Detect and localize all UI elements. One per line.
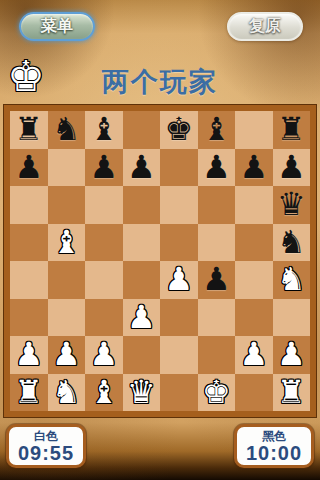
square-h2[interactable]: ♟ xyxy=(273,336,311,374)
square-e1[interactable] xyxy=(160,374,198,412)
piece-black-bishop[interactable]: ♝ xyxy=(89,111,118,148)
square-f4[interactable]: ♟ xyxy=(198,261,236,299)
square-g7[interactable]: ♟ xyxy=(235,149,273,187)
square-e5[interactable] xyxy=(160,224,198,262)
piece-black-pawn[interactable]: ♟ xyxy=(277,149,306,186)
square-e4[interactable]: ♟ xyxy=(160,261,198,299)
piece-black-queen[interactable]: ♛ xyxy=(277,186,306,223)
square-b7[interactable] xyxy=(48,149,86,187)
undo-button[interactable]: 复原 xyxy=(227,12,303,41)
square-c3[interactable] xyxy=(85,299,123,337)
square-a8[interactable]: ♜ xyxy=(10,111,48,149)
square-b5[interactable]: ♝ xyxy=(48,224,86,262)
square-c7[interactable]: ♟ xyxy=(85,149,123,187)
square-a7[interactable]: ♟ xyxy=(10,149,48,187)
square-a4[interactable] xyxy=(10,261,48,299)
square-a6[interactable] xyxy=(10,186,48,224)
chess-board[interactable]: ♜♞♝♚♝♜♟♟♟♟♟♟♛♝♞♟♟♞♟♟♟♟♟♟♜♞♝♛♚♜ xyxy=(10,111,310,411)
piece-black-king[interactable]: ♚ xyxy=(164,111,193,148)
piece-white-bishop[interactable]: ♝ xyxy=(52,224,81,261)
square-g3[interactable] xyxy=(235,299,273,337)
square-d6[interactable] xyxy=(123,186,161,224)
square-d2[interactable] xyxy=(123,336,161,374)
piece-black-pawn[interactable]: ♟ xyxy=(202,149,231,186)
piece-black-rook[interactable]: ♜ xyxy=(277,111,306,148)
square-a5[interactable] xyxy=(10,224,48,262)
square-f7[interactable]: ♟ xyxy=(198,149,236,187)
square-g4[interactable] xyxy=(235,261,273,299)
board-frame: ♜♞♝♚♝♜♟♟♟♟♟♟♛♝♞♟♟♞♟♟♟♟♟♟♜♞♝♛♚♜ xyxy=(4,105,316,417)
square-h3[interactable] xyxy=(273,299,311,337)
square-f6[interactable] xyxy=(198,186,236,224)
square-b3[interactable] xyxy=(48,299,86,337)
square-e2[interactable] xyxy=(160,336,198,374)
square-f2[interactable] xyxy=(198,336,236,374)
square-h7[interactable]: ♟ xyxy=(273,149,311,187)
square-d7[interactable]: ♟ xyxy=(123,149,161,187)
square-a3[interactable] xyxy=(10,299,48,337)
piece-black-rook[interactable]: ♜ xyxy=(14,111,43,148)
white-clock-time: 09:55 xyxy=(18,443,74,464)
square-d3[interactable]: ♟ xyxy=(123,299,161,337)
square-b2[interactable]: ♟ xyxy=(48,336,86,374)
square-f8[interactable]: ♝ xyxy=(198,111,236,149)
square-g8[interactable] xyxy=(235,111,273,149)
square-b6[interactable] xyxy=(48,186,86,224)
piece-black-bishop[interactable]: ♝ xyxy=(202,111,231,148)
square-a1[interactable]: ♜ xyxy=(10,374,48,412)
square-b4[interactable] xyxy=(48,261,86,299)
square-g6[interactable] xyxy=(235,186,273,224)
piece-black-pawn[interactable]: ♟ xyxy=(239,149,268,186)
square-c5[interactable] xyxy=(85,224,123,262)
square-b1[interactable]: ♞ xyxy=(48,374,86,412)
square-e8[interactable]: ♚ xyxy=(160,111,198,149)
piece-white-pawn[interactable]: ♟ xyxy=(277,336,306,373)
square-g2[interactable]: ♟ xyxy=(235,336,273,374)
square-f3[interactable] xyxy=(198,299,236,337)
square-c8[interactable]: ♝ xyxy=(85,111,123,149)
piece-white-pawn[interactable]: ♟ xyxy=(164,261,193,298)
piece-black-pawn[interactable]: ♟ xyxy=(89,149,118,186)
black-clock-label: 黑色 xyxy=(262,429,286,443)
square-h1[interactable]: ♜ xyxy=(273,374,311,412)
piece-black-pawn[interactable]: ♟ xyxy=(14,149,43,186)
piece-black-knight[interactable]: ♞ xyxy=(52,111,81,148)
piece-white-pawn[interactable]: ♟ xyxy=(89,336,118,373)
black-clock: 黑色 10:00 xyxy=(234,424,314,468)
page-title: 两个玩家 xyxy=(0,64,320,100)
square-g1[interactable] xyxy=(235,374,273,412)
square-f5[interactable] xyxy=(198,224,236,262)
menu-button[interactable]: 菜单 xyxy=(19,12,95,41)
piece-white-queen[interactable]: ♛ xyxy=(127,374,156,411)
piece-white-pawn[interactable]: ♟ xyxy=(52,336,81,373)
square-c6[interactable] xyxy=(85,186,123,224)
square-d5[interactable] xyxy=(123,224,161,262)
piece-white-bishop[interactable]: ♝ xyxy=(89,374,118,411)
piece-white-king[interactable]: ♚ xyxy=(202,374,231,411)
square-a2[interactable]: ♟ xyxy=(10,336,48,374)
square-d1[interactable]: ♛ xyxy=(123,374,161,412)
piece-white-pawn[interactable]: ♟ xyxy=(239,336,268,373)
piece-black-pawn[interactable]: ♟ xyxy=(127,149,156,186)
piece-white-rook[interactable]: ♜ xyxy=(14,374,43,411)
piece-white-pawn[interactable]: ♟ xyxy=(127,299,156,336)
square-h4[interactable]: ♞ xyxy=(273,261,311,299)
square-h5[interactable]: ♞ xyxy=(273,224,311,262)
square-h8[interactable]: ♜ xyxy=(273,111,311,149)
black-clock-time: 10:00 xyxy=(246,443,302,464)
square-f1[interactable]: ♚ xyxy=(198,374,236,412)
square-c4[interactable] xyxy=(85,261,123,299)
square-e3[interactable] xyxy=(160,299,198,337)
piece-black-pawn[interactable]: ♟ xyxy=(202,261,231,298)
square-d4[interactable] xyxy=(123,261,161,299)
piece-black-knight[interactable]: ♞ xyxy=(277,224,306,261)
square-h6[interactable]: ♛ xyxy=(273,186,311,224)
piece-white-rook[interactable]: ♜ xyxy=(277,374,306,411)
white-clock: 白色 09:55 xyxy=(6,424,86,468)
piece-white-knight[interactable]: ♞ xyxy=(52,374,81,411)
square-e7[interactable] xyxy=(160,149,198,187)
square-e6[interactable] xyxy=(160,186,198,224)
square-d8[interactable] xyxy=(123,111,161,149)
square-b8[interactable]: ♞ xyxy=(48,111,86,149)
square-c2[interactable]: ♟ xyxy=(85,336,123,374)
square-c1[interactable]: ♝ xyxy=(85,374,123,412)
piece-white-knight[interactable]: ♞ xyxy=(277,261,306,298)
piece-white-pawn[interactable]: ♟ xyxy=(14,336,43,373)
white-clock-label: 白色 xyxy=(34,429,58,443)
square-g5[interactable] xyxy=(235,224,273,262)
